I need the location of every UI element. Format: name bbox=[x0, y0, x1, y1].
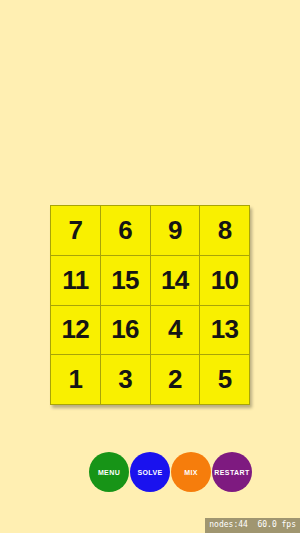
tile-8[interactable]: 8 bbox=[200, 206, 249, 255]
tile-3[interactable]: 3 bbox=[101, 355, 150, 404]
tile-15[interactable]: 15 bbox=[101, 256, 150, 305]
tile-5[interactable]: 5 bbox=[200, 355, 249, 404]
app-screen: 76981115141012164131325 MENUSOLVEMIXREST… bbox=[0, 0, 300, 533]
restart-button[interactable]: RESTART bbox=[212, 452, 252, 492]
tile-10[interactable]: 10 bbox=[200, 256, 249, 305]
tile-11[interactable]: 11 bbox=[51, 256, 100, 305]
tile-13[interactable]: 13 bbox=[200, 306, 249, 355]
tile-2[interactable]: 2 bbox=[151, 355, 200, 404]
button-row: MENUSOLVEMIXRESTART bbox=[89, 452, 252, 492]
tile-1[interactable]: 1 bbox=[51, 355, 100, 404]
menu-button[interactable]: MENU bbox=[89, 452, 129, 492]
tile-14[interactable]: 14 bbox=[151, 256, 200, 305]
tile-4[interactable]: 4 bbox=[151, 306, 200, 355]
tile-16[interactable]: 16 bbox=[101, 306, 150, 355]
mix-button[interactable]: MIX bbox=[171, 452, 211, 492]
status-bar: nodes:44 60.0 fps bbox=[205, 518, 300, 533]
tile-12[interactable]: 12 bbox=[51, 306, 100, 355]
solve-button[interactable]: SOLVE bbox=[130, 452, 170, 492]
tile-6[interactable]: 6 bbox=[101, 206, 150, 255]
tile-7[interactable]: 7 bbox=[51, 206, 100, 255]
tile-9[interactable]: 9 bbox=[151, 206, 200, 255]
puzzle-board: 76981115141012164131325 bbox=[50, 205, 250, 405]
